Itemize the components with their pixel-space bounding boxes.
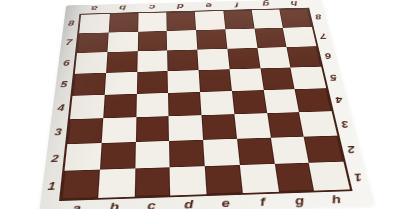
square-b5 (104, 72, 136, 95)
square-e5 (199, 69, 232, 92)
square-d7 (167, 30, 197, 50)
chessboard-mat: abcdefgh abcdefgh 87654321 87654321 (39, 0, 375, 209)
board-grid (59, 8, 353, 201)
square-b4 (103, 94, 136, 118)
square-a8 (79, 14, 110, 33)
square-g1 (274, 163, 314, 192)
square-f1 (240, 164, 279, 193)
square-g5 (260, 68, 295, 91)
square-g3 (267, 112, 304, 138)
square-d1 (170, 166, 207, 195)
square-h5 (291, 67, 327, 90)
square-f3 (234, 113, 270, 139)
square-e2 (203, 139, 240, 166)
square-d4 (168, 92, 201, 116)
file-label-bottom-h: h (316, 191, 356, 206)
file-label-bottom-d: d (170, 196, 208, 209)
square-e6 (197, 49, 229, 70)
square-b2 (100, 142, 136, 170)
square-f5 (229, 68, 263, 91)
square-a3 (67, 118, 103, 144)
square-c3 (135, 116, 169, 142)
square-c7 (137, 31, 167, 51)
square-f7 (225, 29, 257, 49)
square-e3 (201, 114, 236, 140)
square-d8 (167, 12, 197, 31)
file-label-bottom-b: b (95, 199, 133, 209)
square-a2 (65, 143, 102, 171)
square-f4 (232, 90, 267, 114)
square-h8 (280, 9, 312, 28)
square-f8 (223, 10, 254, 29)
square-c6 (137, 50, 168, 72)
square-c8 (138, 12, 167, 31)
square-a6 (75, 52, 107, 74)
square-b8 (108, 13, 138, 32)
square-d6 (167, 50, 198, 71)
square-f2 (237, 138, 275, 165)
square-b7 (107, 32, 138, 52)
square-e8 (195, 11, 225, 30)
square-e4 (200, 91, 234, 115)
file-label-bottom-c: c (133, 197, 170, 209)
file-label-bottom-f: f (243, 194, 282, 209)
square-h7 (283, 27, 316, 47)
board-photo: abcdefgh abcdefgh 87654321 87654321 (0, 0, 400, 209)
square-g2 (270, 137, 309, 164)
square-h3 (299, 111, 337, 136)
square-h1 (309, 162, 350, 191)
square-h6 (287, 46, 321, 67)
square-e1 (205, 165, 243, 194)
square-c5 (136, 71, 168, 94)
square-b1 (98, 168, 135, 197)
square-f6 (227, 48, 260, 69)
square-g7 (254, 28, 287, 48)
square-a4 (70, 95, 104, 119)
square-a5 (72, 73, 105, 96)
square-g4 (263, 89, 299, 113)
square-c1 (134, 167, 170, 196)
square-b6 (106, 51, 137, 73)
file-label-bottom-g: g (280, 192, 319, 208)
square-g8 (251, 9, 283, 28)
file-label-bottom-a: a (57, 200, 96, 209)
square-c4 (136, 93, 169, 117)
file-label-bottom-e: e (207, 195, 245, 209)
square-a7 (77, 33, 108, 53)
square-d2 (169, 140, 204, 167)
square-d3 (169, 115, 203, 141)
square-h2 (304, 136, 344, 163)
square-e7 (196, 29, 227, 49)
square-h4 (295, 88, 332, 112)
square-b3 (101, 117, 136, 143)
square-c2 (135, 141, 170, 169)
square-d5 (168, 70, 200, 93)
square-a1 (61, 170, 99, 200)
square-g6 (257, 47, 291, 68)
